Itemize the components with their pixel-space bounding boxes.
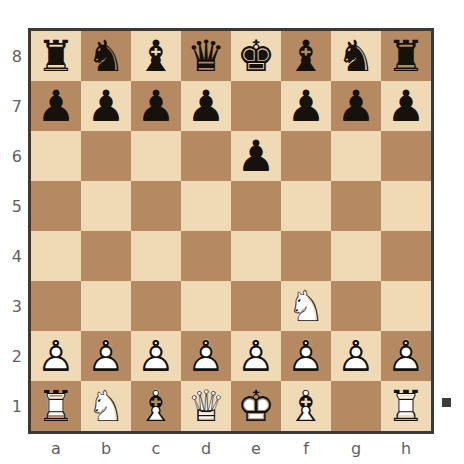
black-pawn: ♟: [281, 81, 331, 131]
black-pawn: ♟: [131, 81, 181, 131]
square-b4[interactable]: [81, 231, 131, 281]
white-rook: ♜: [381, 381, 431, 431]
square-f1[interactable]: ♝♗: [281, 381, 331, 431]
rank-label-3: 3: [0, 281, 26, 331]
black-pawn: ♟: [231, 131, 281, 181]
square-f2[interactable]: ♟♙: [281, 331, 331, 381]
square-b5[interactable]: [81, 181, 131, 231]
square-b1[interactable]: ♞♘: [81, 381, 131, 431]
square-c2[interactable]: ♟♙: [131, 331, 181, 381]
square-a3[interactable]: [31, 281, 81, 331]
white-bishop: ♝: [131, 381, 181, 431]
square-f3[interactable]: ♞♘: [281, 281, 331, 331]
square-d6[interactable]: [181, 131, 231, 181]
move-indicator: [442, 398, 451, 407]
square-d7[interactable]: ♟: [181, 81, 231, 131]
square-d2[interactable]: ♟♙: [181, 331, 231, 381]
white-queen-outline: ♕: [181, 381, 231, 431]
square-b7[interactable]: ♟: [81, 81, 131, 131]
square-b8[interactable]: ♞: [81, 31, 131, 81]
square-c1[interactable]: ♝♗: [131, 381, 181, 431]
square-c4[interactable]: [131, 231, 181, 281]
white-pawn: ♟: [381, 331, 431, 381]
white-bishop-outline: ♗: [281, 381, 331, 431]
rank-label-5: 5: [0, 181, 26, 231]
white-pawn: ♟: [81, 331, 131, 381]
file-label-f: f: [281, 433, 331, 463]
chess-board: ♜♞♝♛♚♝♞♜♟♟♟♟♟♟♟♟♞♘♟♙♟♙♟♙♟♙♟♙♟♙♟♙♟♙♜♖♞♘♝♗…: [31, 31, 431, 431]
square-h1[interactable]: ♜♖: [381, 381, 431, 431]
black-rook: ♜: [381, 31, 431, 81]
white-rook: ♜: [31, 381, 81, 431]
square-h5[interactable]: [381, 181, 431, 231]
rank-label-6: 6: [0, 131, 26, 181]
white-queen: ♛: [181, 381, 231, 431]
white-rook-outline: ♖: [31, 381, 81, 431]
square-h4[interactable]: [381, 231, 431, 281]
square-c7[interactable]: ♟: [131, 81, 181, 131]
chess-board-frame: ♜♞♝♛♚♝♞♜♟♟♟♟♟♟♟♟♞♘♟♙♟♙♟♙♟♙♟♙♟♙♟♙♟♙♜♖♞♘♝♗…: [28, 28, 434, 434]
square-c5[interactable]: [131, 181, 181, 231]
file-label-d: d: [181, 433, 231, 463]
square-g7[interactable]: ♟: [331, 81, 381, 131]
square-e5[interactable]: [231, 181, 281, 231]
square-e2[interactable]: ♟♙: [231, 331, 281, 381]
square-e7[interactable]: [231, 81, 281, 131]
square-e3[interactable]: [231, 281, 281, 331]
black-pawn: ♟: [181, 81, 231, 131]
square-d8[interactable]: ♛: [181, 31, 231, 81]
black-knight: ♞: [81, 31, 131, 81]
white-pawn-outline: ♙: [381, 331, 431, 381]
file-labels: abcdefgh: [31, 433, 431, 463]
white-pawn-outline: ♙: [281, 331, 331, 381]
white-pawn-outline: ♙: [181, 331, 231, 381]
square-g2[interactable]: ♟♙: [331, 331, 381, 381]
square-f5[interactable]: [281, 181, 331, 231]
square-g3[interactable]: [331, 281, 381, 331]
file-label-a: a: [31, 433, 81, 463]
white-king: ♚: [231, 381, 281, 431]
file-label-h: h: [381, 433, 431, 463]
square-a8[interactable]: ♜: [31, 31, 81, 81]
black-pawn: ♟: [331, 81, 381, 131]
black-bishop: ♝: [131, 31, 181, 81]
square-e4[interactable]: [231, 231, 281, 281]
rank-label-8: 8: [0, 31, 26, 81]
square-e8[interactable]: ♚: [231, 31, 281, 81]
black-pawn: ♟: [31, 81, 81, 131]
square-d5[interactable]: [181, 181, 231, 231]
rank-labels: 87654321: [0, 31, 26, 431]
black-king: ♚: [231, 31, 281, 81]
square-g5[interactable]: [331, 181, 381, 231]
square-d1[interactable]: ♛♕: [181, 381, 231, 431]
white-pawn-outline: ♙: [231, 331, 281, 381]
square-f4[interactable]: [281, 231, 331, 281]
white-pawn: ♟: [131, 331, 181, 381]
square-a1[interactable]: ♜♖: [31, 381, 81, 431]
square-c8[interactable]: ♝: [131, 31, 181, 81]
square-f6[interactable]: [281, 131, 331, 181]
white-pawn: ♟: [181, 331, 231, 381]
black-queen: ♛: [181, 31, 231, 81]
white-pawn-outline: ♙: [81, 331, 131, 381]
white-pawn: ♟: [331, 331, 381, 381]
white-pawn: ♟: [31, 331, 81, 381]
file-label-b: b: [81, 433, 131, 463]
file-label-c: c: [131, 433, 181, 463]
file-label-g: g: [331, 433, 381, 463]
white-bishop-outline: ♗: [131, 381, 181, 431]
square-d3[interactable]: [181, 281, 231, 331]
square-c3[interactable]: [131, 281, 181, 331]
square-c6[interactable]: [131, 131, 181, 181]
square-h8[interactable]: ♜: [381, 31, 431, 81]
file-label-e: e: [231, 433, 281, 463]
square-b2[interactable]: ♟♙: [81, 331, 131, 381]
square-a6[interactable]: [31, 131, 81, 181]
white-knight: ♞: [281, 281, 331, 331]
white-pawn-outline: ♙: [31, 331, 81, 381]
white-pawn-outline: ♙: [331, 331, 381, 381]
white-knight-outline: ♘: [81, 381, 131, 431]
square-d4[interactable]: [181, 231, 231, 281]
white-king-outline: ♔: [231, 381, 281, 431]
square-h2[interactable]: ♟♙: [381, 331, 431, 381]
white-pawn: ♟: [231, 331, 281, 381]
square-a4[interactable]: [31, 231, 81, 281]
square-e1[interactable]: ♚♔: [231, 381, 281, 431]
square-a7[interactable]: ♟: [31, 81, 81, 131]
square-g6[interactable]: [331, 131, 381, 181]
rank-label-2: 2: [0, 331, 26, 381]
square-g8[interactable]: ♞: [331, 31, 381, 81]
white-bishop: ♝: [281, 381, 331, 431]
square-g4[interactable]: [331, 231, 381, 281]
square-h3[interactable]: [381, 281, 431, 331]
square-b6[interactable]: [81, 131, 131, 181]
rank-label-4: 4: [0, 231, 26, 281]
white-pawn: ♟: [281, 331, 331, 381]
white-pawn-outline: ♙: [131, 331, 181, 381]
black-pawn: ♟: [381, 81, 431, 131]
white-knight: ♞: [81, 381, 131, 431]
black-bishop: ♝: [281, 31, 331, 81]
square-a2[interactable]: ♟♙: [31, 331, 81, 381]
black-knight: ♞: [331, 31, 381, 81]
square-h7[interactable]: ♟: [381, 81, 431, 131]
black-pawn: ♟: [81, 81, 131, 131]
square-g1[interactable]: [331, 381, 381, 431]
rank-label-1: 1: [0, 381, 26, 431]
square-f7[interactable]: ♟: [281, 81, 331, 131]
white-rook-outline: ♖: [381, 381, 431, 431]
white-knight-outline: ♘: [281, 281, 331, 331]
square-b3[interactable]: [81, 281, 131, 331]
square-a5[interactable]: [31, 181, 81, 231]
square-f8[interactable]: ♝: [281, 31, 331, 81]
rank-label-7: 7: [0, 81, 26, 131]
black-rook: ♜: [31, 31, 81, 81]
square-h6[interactable]: [381, 131, 431, 181]
square-e6[interactable]: ♟: [231, 131, 281, 181]
